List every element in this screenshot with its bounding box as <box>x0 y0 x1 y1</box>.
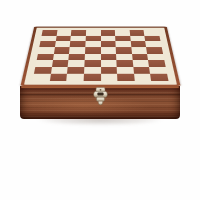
square-a1 <box>32 74 50 81</box>
square-d3 <box>84 60 100 67</box>
square-d2 <box>83 67 100 74</box>
chessboard-grid <box>32 30 168 81</box>
square-a2 <box>33 67 51 74</box>
square-c1 <box>66 74 83 81</box>
square-e1 <box>100 74 117 81</box>
square-e2 <box>100 67 117 74</box>
board-cream-border <box>24 28 177 85</box>
square-b2 <box>50 67 67 74</box>
box-lid <box>20 27 180 87</box>
lid-wood-rim <box>20 27 180 87</box>
square-h1 <box>150 74 168 81</box>
square-f2 <box>116 67 133 74</box>
square-c2 <box>67 67 84 74</box>
square-f3 <box>116 60 133 67</box>
square-g1 <box>133 74 151 81</box>
metal-clasp-latch-icon <box>92 87 109 105</box>
square-d1 <box>83 74 100 81</box>
square-e3 <box>100 60 116 67</box>
square-g2 <box>133 67 150 74</box>
square-g3 <box>132 60 149 67</box>
square-a3 <box>35 60 52 67</box>
square-b3 <box>51 60 68 67</box>
square-h3 <box>148 60 165 67</box>
square-f1 <box>117 74 134 81</box>
chess-box-photo <box>0 0 200 200</box>
square-c3 <box>67 60 84 67</box>
square-b1 <box>49 74 67 81</box>
square-h2 <box>149 67 167 74</box>
